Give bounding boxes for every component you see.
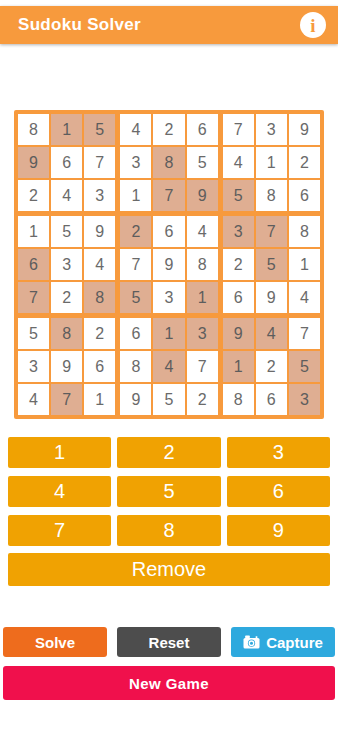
cell-r3c7[interactable]: 5 — [223, 180, 254, 211]
cell-r7c7[interactable]: 9 — [223, 318, 254, 349]
cell-r8c5[interactable]: 4 — [153, 351, 184, 382]
cell-r9c3[interactable]: 1 — [84, 384, 115, 415]
sudoku-board: 8159672434263851797394125861596347282647… — [14, 110, 324, 419]
cell-r8c1[interactable]: 3 — [18, 351, 49, 382]
cell-r6c3[interactable]: 8 — [84, 282, 115, 313]
cell-r1c1[interactable]: 8 — [18, 114, 49, 145]
cell-r3c8[interactable]: 8 — [256, 180, 287, 211]
cell-r1c7[interactable]: 7 — [223, 114, 254, 145]
app-header: Sudoku Solver i — [0, 6, 338, 44]
cell-r9c8[interactable]: 6 — [256, 384, 287, 415]
cell-r2c4[interactable]: 3 — [120, 147, 151, 178]
key-2[interactable]: 2 — [117, 437, 220, 468]
cell-r9c2[interactable]: 7 — [51, 384, 82, 415]
key-9[interactable]: 9 — [227, 515, 330, 546]
cell-r1c5[interactable]: 2 — [153, 114, 184, 145]
cell-r5c6[interactable]: 8 — [187, 249, 218, 280]
cell-r7c1[interactable]: 5 — [18, 318, 49, 349]
cell-r4c3[interactable]: 9 — [84, 216, 115, 247]
cell-r7c9[interactable]: 7 — [289, 318, 320, 349]
block-12: 378251694 — [223, 216, 320, 313]
cell-r8c4[interactable]: 8 — [120, 351, 151, 382]
cell-r3c3[interactable]: 3 — [84, 180, 115, 211]
cell-r4c1[interactable]: 1 — [18, 216, 49, 247]
cell-r6c6[interactable]: 1 — [187, 282, 218, 313]
block-10: 159634728 — [18, 216, 115, 313]
cell-r2c1[interactable]: 9 — [18, 147, 49, 178]
cell-r3c1[interactable]: 2 — [18, 180, 49, 211]
cell-r7c2[interactable]: 8 — [51, 318, 82, 349]
cell-r4c5[interactable]: 6 — [153, 216, 184, 247]
reset-button[interactable]: Reset — [117, 627, 221, 657]
cell-r1c6[interactable]: 6 — [187, 114, 218, 145]
cell-r5c1[interactable]: 6 — [18, 249, 49, 280]
cell-r4c2[interactable]: 5 — [51, 216, 82, 247]
cell-r2c5[interactable]: 8 — [153, 147, 184, 178]
cell-r1c4[interactable]: 4 — [120, 114, 151, 145]
cell-r9c7[interactable]: 8 — [223, 384, 254, 415]
key-6[interactable]: 6 — [227, 476, 330, 507]
cell-r2c7[interactable]: 4 — [223, 147, 254, 178]
cell-r8c7[interactable]: 1 — [223, 351, 254, 382]
cell-r1c3[interactable]: 5 — [84, 114, 115, 145]
info-icon: i — [310, 16, 315, 35]
cell-r6c8[interactable]: 9 — [256, 282, 287, 313]
cell-r7c6[interactable]: 3 — [187, 318, 218, 349]
key-5[interactable]: 5 — [117, 476, 220, 507]
key-3[interactable]: 3 — [227, 437, 330, 468]
cell-r9c6[interactable]: 2 — [187, 384, 218, 415]
cell-r8c9[interactable]: 5 — [289, 351, 320, 382]
cell-r8c8[interactable]: 2 — [256, 351, 287, 382]
cell-r5c8[interactable]: 5 — [256, 249, 287, 280]
cell-r1c9[interactable]: 9 — [289, 114, 320, 145]
new-game-button[interactable]: New Game — [3, 666, 335, 700]
block-02: 739412586 — [223, 114, 320, 211]
cell-r1c2[interactable]: 1 — [51, 114, 82, 145]
cell-r9c4[interactable]: 9 — [120, 384, 151, 415]
info-button[interactable]: i — [300, 12, 326, 38]
cell-r5c9[interactable]: 1 — [289, 249, 320, 280]
action-bar: Solve Reset Capture — [3, 627, 335, 657]
key-4[interactable]: 4 — [8, 476, 111, 507]
remove-button[interactable]: Remove — [8, 553, 330, 586]
cell-r2c8[interactable]: 1 — [256, 147, 287, 178]
camera-icon — [243, 635, 260, 649]
cell-r6c4[interactable]: 5 — [120, 282, 151, 313]
app-screen: Sudoku Solver i 815967243426385179739412… — [0, 0, 338, 750]
cell-r4c8[interactable]: 7 — [256, 216, 287, 247]
block-00: 815967243 — [18, 114, 115, 211]
block-22: 947125863 — [223, 318, 320, 415]
cell-r3c6[interactable]: 9 — [187, 180, 218, 211]
cell-r8c2[interactable]: 9 — [51, 351, 82, 382]
cell-r6c7[interactable]: 6 — [223, 282, 254, 313]
cell-r3c5[interactable]: 7 — [153, 180, 184, 211]
block-11: 264798531 — [120, 216, 217, 313]
cell-r7c8[interactable]: 4 — [256, 318, 287, 349]
cell-r5c7[interactable]: 2 — [223, 249, 254, 280]
key-1[interactable]: 1 — [8, 437, 111, 468]
cell-r7c3[interactable]: 2 — [84, 318, 115, 349]
key-8[interactable]: 8 — [117, 515, 220, 546]
cell-r3c9[interactable]: 6 — [289, 180, 320, 211]
cell-r4c7[interactable]: 3 — [223, 216, 254, 247]
cell-r9c1[interactable]: 4 — [18, 384, 49, 415]
cell-r4c4[interactable]: 2 — [120, 216, 151, 247]
solve-button[interactable]: Solve — [3, 627, 107, 657]
cell-r6c2[interactable]: 2 — [51, 282, 82, 313]
cell-r6c1[interactable]: 7 — [18, 282, 49, 313]
cell-r7c4[interactable]: 6 — [120, 318, 151, 349]
app-title: Sudoku Solver — [18, 15, 141, 35]
cell-r5c3[interactable]: 4 — [84, 249, 115, 280]
cell-r2c2[interactable]: 6 — [51, 147, 82, 178]
cell-r4c6[interactable]: 4 — [187, 216, 218, 247]
cell-r9c9[interactable]: 3 — [289, 384, 320, 415]
cell-r4c9[interactable]: 8 — [289, 216, 320, 247]
cell-r3c4[interactable]: 1 — [120, 180, 151, 211]
block-20: 582396471 — [18, 318, 115, 415]
cell-r8c6[interactable]: 7 — [187, 351, 218, 382]
cell-r2c9[interactable]: 2 — [289, 147, 320, 178]
cell-r2c3[interactable]: 7 — [84, 147, 115, 178]
cell-r9c5[interactable]: 5 — [153, 384, 184, 415]
cell-r5c5[interactable]: 9 — [153, 249, 184, 280]
cell-r6c5[interactable]: 3 — [153, 282, 184, 313]
cell-r1c8[interactable]: 3 — [256, 114, 287, 145]
cell-r8c3[interactable]: 6 — [84, 351, 115, 382]
cell-r3c2[interactable]: 4 — [51, 180, 82, 211]
cell-r2c6[interactable]: 5 — [187, 147, 218, 178]
cell-r5c2[interactable]: 3 — [51, 249, 82, 280]
cell-r5c4[interactable]: 7 — [120, 249, 151, 280]
capture-button[interactable]: Capture — [231, 627, 335, 657]
block-21: 613847952 — [120, 318, 217, 415]
capture-label: Capture — [266, 634, 323, 651]
cell-r6c9[interactable]: 4 — [289, 282, 320, 313]
key-7[interactable]: 7 — [8, 515, 111, 546]
cell-r7c5[interactable]: 1 — [153, 318, 184, 349]
block-01: 426385179 — [120, 114, 217, 211]
number-keypad: 1 2 3 4 5 6 7 8 9 — [8, 437, 330, 546]
